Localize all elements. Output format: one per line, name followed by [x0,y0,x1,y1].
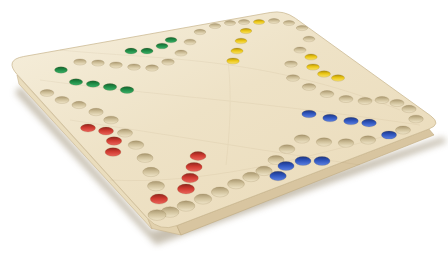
track-hole-6 [162,59,175,65]
red-finish-hole-3 [182,173,199,182]
yellow-base-hole-2 [307,64,320,70]
red-finish-hole-2 [186,162,202,171]
blue-finish-hole-3 [344,117,359,125]
track-hole-5 [146,65,159,71]
track-hole-21 [320,91,334,98]
track-hole-23 [358,97,372,104]
red-base-hole-2 [98,127,113,135]
track-hole-17 [294,47,306,53]
yellow-base-hole-4 [331,75,344,82]
track-hole-49 [89,108,103,115]
red-start-hole [150,194,168,204]
track-hole-16 [303,36,315,42]
track-hole-25 [390,99,404,106]
track-hole-37 [227,179,244,189]
blue-base-hole-4 [270,171,287,180]
track-hole-43 [147,181,164,191]
track-hole-46 [128,141,144,149]
blue-base-hole-1 [314,157,330,166]
track-hole-15 [296,25,307,30]
track-hole-38 [211,187,228,197]
yellow-finish-hole-3 [231,48,243,54]
red-base-hole-3 [106,137,121,145]
track-hole-39 [194,194,212,204]
blue-finish-hole-2 [323,114,338,122]
green-finish-hole-1 [69,79,82,86]
track-hole-9 [194,29,206,34]
blue-finish-hole-4 [362,119,377,127]
track-hole-14 [283,20,294,25]
track-hole-51 [55,96,69,103]
yellow-finish-hole-1 [240,28,252,33]
tock-board [0,0,448,256]
track-hole-33 [279,145,295,154]
track-hole-1 [74,59,87,65]
blue-base-hole-2 [295,157,311,166]
blue-base-hole-3 [278,161,294,170]
track-hole-27 [409,115,424,123]
track-hole-18 [285,61,298,67]
green-base-hole-4 [165,37,177,43]
track-hole-7 [175,50,187,56]
green-finish-hole-2 [86,81,99,88]
green-base-hole-1 [125,48,137,54]
track-hole-11 [224,20,235,25]
track-hole-10 [209,23,220,28]
track-hole-20 [302,84,316,91]
red-finish-hole-4 [177,184,194,194]
track-hole-8 [184,39,196,45]
track-hole-19 [286,75,299,82]
track-hole-2 [92,60,105,66]
track-hole-42 [148,210,166,221]
track-hole-32 [294,135,309,143]
track-hole-3 [110,62,123,68]
track-hole-26 [402,105,416,112]
green-finish-hole-4 [120,87,134,94]
green-start-hole [55,67,68,73]
yellow-base-hole-3 [317,71,330,77]
track-hole-50 [72,101,86,108]
track-hole-36 [243,172,260,181]
track-hole-47 [117,129,132,137]
track-hole-52 [40,90,54,97]
track-hole-24 [375,96,389,103]
yellow-base-hole-1 [305,54,317,60]
track-hole-40 [177,201,195,211]
track-hole-12 [238,19,249,24]
track-hole-28 [395,126,410,134]
green-base-hole-3 [156,43,168,49]
track-hole-30 [338,139,354,147]
blue-start-hole [381,131,396,139]
blue-finish-hole-1 [302,110,317,118]
green-base-hole-2 [141,48,153,54]
track-hole-4 [128,64,141,70]
track-hole-31 [316,138,332,146]
track-hole-22 [339,95,353,102]
track-hole-45 [137,154,153,163]
green-finish-hole-3 [103,84,117,91]
yellow-start-hole [253,19,264,24]
track-hole-44 [143,167,160,176]
red-finish-hole-1 [190,152,206,161]
yellow-finish-hole-4 [227,58,240,64]
red-base-hole-4 [105,148,121,157]
track-hole-13 [268,18,279,23]
red-base-hole-1 [81,124,96,132]
track-hole-29 [360,136,375,144]
product-photo-canvas [0,0,448,256]
yellow-finish-hole-2 [235,38,247,44]
track-hole-48 [104,116,119,124]
